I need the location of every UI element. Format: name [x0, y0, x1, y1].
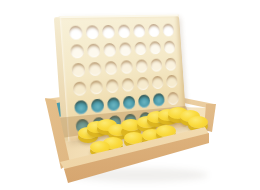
connect-four-product-photo: [0, 0, 260, 190]
yellow-disc: [124, 132, 144, 144]
yellow-disc: [188, 116, 208, 128]
